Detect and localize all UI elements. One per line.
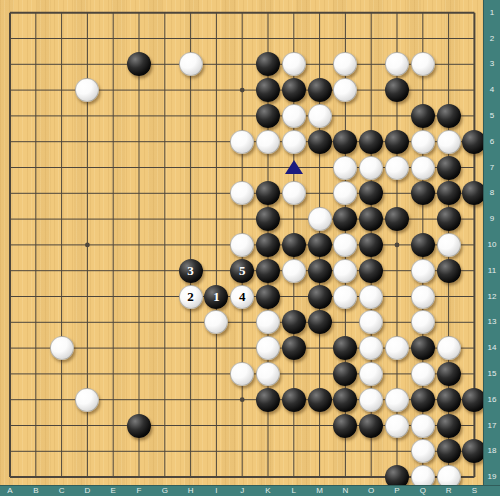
row-coordinate-label: 5 (484, 112, 500, 120)
move-number: 5 (239, 264, 246, 277)
black-stone[interactable] (308, 78, 332, 102)
white-stone-numbered[interactable]: 2 (179, 285, 203, 309)
column-coordinate-label: G (160, 487, 170, 495)
star-point (240, 88, 245, 93)
white-stone[interactable] (256, 362, 280, 386)
white-stone[interactable] (437, 130, 461, 154)
white-stone[interactable] (385, 388, 409, 412)
black-stone-numbered[interactable]: 3 (179, 259, 203, 283)
black-stone[interactable] (385, 130, 409, 154)
column-coordinate-label: D (82, 487, 92, 495)
white-stone[interactable] (256, 336, 280, 360)
go-board-viewer: 35214 12345678910111213141516171819 ABCD… (0, 0, 500, 496)
white-stone[interactable] (411, 52, 435, 76)
black-stone[interactable] (437, 259, 461, 283)
column-coordinate-label: P (392, 487, 402, 495)
row-coordinate-label: 2 (484, 35, 500, 43)
column-coordinate-label: C (57, 487, 67, 495)
black-stone[interactable] (282, 310, 306, 334)
white-stone[interactable] (385, 336, 409, 360)
white-stone[interactable] (308, 104, 332, 128)
black-stone[interactable] (411, 104, 435, 128)
white-stone[interactable] (359, 156, 383, 180)
white-stone[interactable] (411, 130, 435, 154)
black-stone[interactable] (437, 181, 461, 205)
white-stone[interactable] (437, 233, 461, 257)
row-coordinate-label: 18 (484, 447, 500, 455)
black-stone[interactable] (437, 207, 461, 231)
row-coordinate-label: 14 (484, 344, 500, 352)
black-stone[interactable] (437, 156, 461, 180)
bottom-coordinate-strip: ABCDEFGHIJKLMNOPQRS (0, 485, 500, 496)
row-coordinate-label: 6 (484, 138, 500, 146)
column-coordinate-label: Q (418, 487, 428, 495)
row-coordinate-label: 17 (484, 422, 500, 430)
black-stone[interactable] (411, 336, 435, 360)
black-stone[interactable] (282, 336, 306, 360)
column-coordinate-label: M (315, 487, 325, 495)
white-stone[interactable] (411, 285, 435, 309)
column-coordinate-label: N (340, 487, 350, 495)
black-stone[interactable] (359, 414, 383, 438)
white-stone[interactable] (411, 414, 435, 438)
black-stone[interactable] (256, 78, 280, 102)
white-stone[interactable] (230, 233, 254, 257)
black-stone[interactable] (437, 104, 461, 128)
white-stone[interactable] (282, 259, 306, 283)
black-stone[interactable] (256, 233, 280, 257)
black-stone[interactable] (437, 414, 461, 438)
row-coordinate-label: 3 (484, 60, 500, 68)
white-stone[interactable] (75, 388, 99, 412)
column-coordinate-label: K (263, 487, 273, 495)
move-number: 2 (187, 290, 194, 303)
column-coordinate-label: A (5, 487, 15, 495)
column-coordinate-label: R (444, 487, 454, 495)
white-stone[interactable] (333, 259, 357, 283)
column-coordinate-label: B (31, 487, 41, 495)
black-stone[interactable] (437, 388, 461, 412)
triangle-marker-icon (285, 160, 303, 174)
row-coordinate-label: 13 (484, 318, 500, 326)
white-stone[interactable] (333, 156, 357, 180)
white-stone[interactable] (385, 414, 409, 438)
move-number: 4 (239, 290, 246, 303)
white-stone[interactable] (359, 388, 383, 412)
column-coordinate-label: H (186, 487, 196, 495)
white-stone[interactable] (411, 259, 435, 283)
row-coordinate-label: 4 (484, 86, 500, 94)
move-number: 3 (187, 264, 194, 277)
black-stone[interactable] (437, 362, 461, 386)
black-stone[interactable] (333, 388, 357, 412)
star-point (395, 243, 400, 248)
black-stone[interactable] (359, 259, 383, 283)
white-stone[interactable] (282, 104, 306, 128)
black-stone[interactable] (437, 439, 461, 463)
white-stone[interactable] (385, 156, 409, 180)
white-stone[interactable] (411, 310, 435, 334)
row-coordinate-label: 1 (484, 9, 500, 17)
black-stone[interactable] (308, 233, 332, 257)
white-stone[interactable] (411, 362, 435, 386)
white-stone[interactable] (179, 52, 203, 76)
black-stone[interactable] (282, 233, 306, 257)
white-stone[interactable] (359, 285, 383, 309)
column-coordinate-label: I (211, 487, 221, 495)
white-stone[interactable] (282, 130, 306, 154)
star-point (85, 243, 90, 248)
black-stone[interactable] (411, 388, 435, 412)
column-coordinate-label: L (289, 487, 299, 495)
column-coordinate-label: E (108, 487, 118, 495)
black-stone[interactable] (256, 285, 280, 309)
white-stone[interactable] (282, 52, 306, 76)
row-coordinate-label: 11 (484, 267, 500, 275)
black-stone[interactable] (411, 181, 435, 205)
row-coordinate-label: 7 (484, 164, 500, 172)
star-point (240, 397, 245, 402)
white-stone[interactable] (411, 156, 435, 180)
black-stone[interactable] (333, 130, 357, 154)
white-stone-numbered[interactable]: 4 (230, 285, 254, 309)
black-stone[interactable] (308, 285, 332, 309)
white-stone[interactable] (333, 285, 357, 309)
black-stone[interactable] (411, 233, 435, 257)
white-stone[interactable] (359, 362, 383, 386)
row-coordinate-label: 9 (484, 215, 500, 223)
row-coordinate-label: 10 (484, 241, 500, 249)
move-number: 1 (213, 290, 220, 303)
row-coordinate-label: 19 (484, 473, 500, 481)
black-stone[interactable] (333, 414, 357, 438)
black-stone-numbered[interactable]: 1 (204, 285, 228, 309)
black-stone[interactable] (385, 207, 409, 231)
black-stone[interactable] (359, 233, 383, 257)
black-stone[interactable] (282, 78, 306, 102)
black-stone[interactable] (359, 130, 383, 154)
black-stone[interactable] (256, 104, 280, 128)
white-stone[interactable] (230, 362, 254, 386)
black-stone-numbered[interactable]: 5 (230, 259, 254, 283)
black-stone[interactable] (256, 207, 280, 231)
column-coordinate-label: F (134, 487, 144, 495)
black-stone[interactable] (256, 388, 280, 412)
row-coordinate-label: 12 (484, 293, 500, 301)
black-stone[interactable] (256, 259, 280, 283)
white-stone[interactable] (437, 336, 461, 360)
black-stone[interactable] (308, 259, 332, 283)
white-stone[interactable] (230, 130, 254, 154)
row-coordinate-label: 8 (484, 189, 500, 197)
white-stone[interactable] (50, 336, 74, 360)
black-stone[interactable] (385, 78, 409, 102)
column-coordinate-label: J (237, 487, 247, 495)
row-coordinate-label: 16 (484, 396, 500, 404)
row-coordinate-label: 15 (484, 370, 500, 378)
right-coordinate-strip: 12345678910111213141516171819 (483, 0, 500, 496)
white-stone[interactable] (282, 181, 306, 205)
black-stone[interactable] (308, 310, 332, 334)
black-stone[interactable] (127, 414, 151, 438)
black-stone[interactable] (308, 130, 332, 154)
column-coordinate-label: O (366, 487, 376, 495)
white-stone[interactable] (256, 130, 280, 154)
white-stone[interactable] (411, 439, 435, 463)
white-stone[interactable] (308, 207, 332, 231)
black-stone[interactable] (308, 388, 332, 412)
black-stone[interactable] (282, 388, 306, 412)
column-coordinate-label: S (469, 487, 479, 495)
